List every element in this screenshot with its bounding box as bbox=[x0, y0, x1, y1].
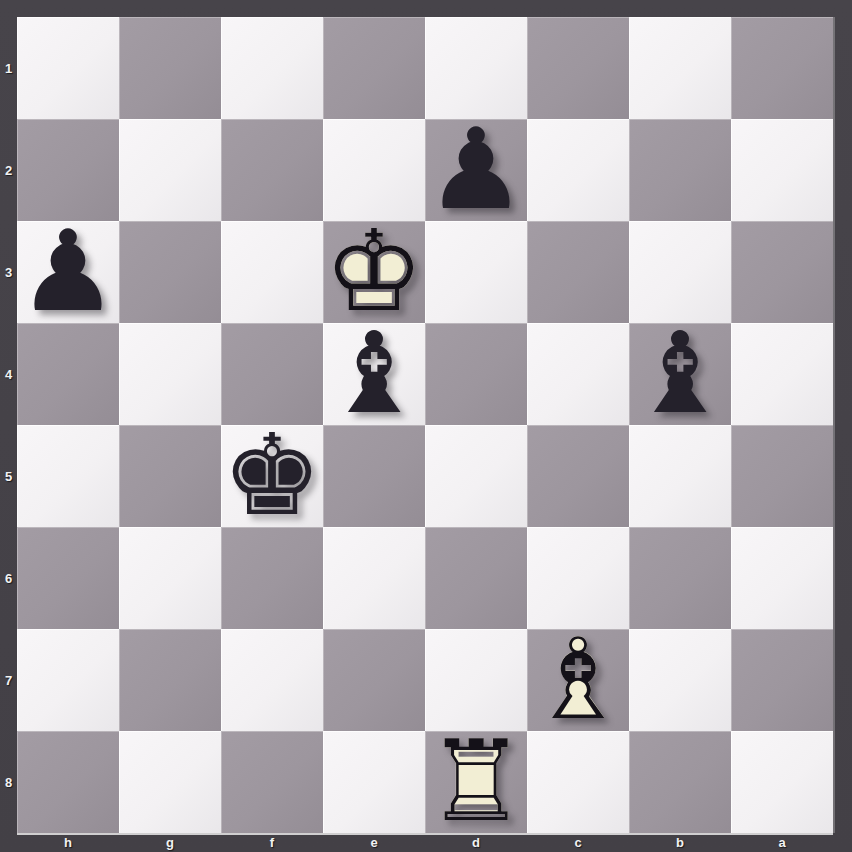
white-king-glyph: ♚ bbox=[323, 221, 425, 323]
rank-label-4: 4 bbox=[0, 323, 17, 425]
file-labels: hgfedcba bbox=[17, 833, 833, 852]
black-bishop[interactable]: ♝ bbox=[323, 323, 425, 425]
square-g6[interactable] bbox=[119, 527, 221, 629]
white-bishop-glyph: ♝ bbox=[527, 629, 629, 731]
square-d1[interactable] bbox=[425, 17, 527, 119]
square-a1[interactable] bbox=[731, 17, 833, 119]
black-pawn[interactable]: ♟ bbox=[17, 221, 119, 323]
square-a7[interactable] bbox=[731, 629, 833, 731]
rank-label-1: 1 bbox=[0, 17, 17, 119]
square-e8[interactable] bbox=[323, 731, 425, 833]
square-c2[interactable] bbox=[527, 119, 629, 221]
square-f5[interactable]: ♚ bbox=[221, 425, 323, 527]
square-b2[interactable] bbox=[629, 119, 731, 221]
square-d3[interactable] bbox=[425, 221, 527, 323]
white-king[interactable]: ♚♔ bbox=[323, 221, 425, 323]
rank-labels: 12345678 bbox=[0, 17, 17, 833]
square-g8[interactable] bbox=[119, 731, 221, 833]
square-d6[interactable] bbox=[425, 527, 527, 629]
white-rook[interactable]: ♜♖ bbox=[425, 731, 527, 833]
black-pawn-glyph: ♟ bbox=[425, 119, 527, 221]
white-rook-outline: ♖ bbox=[425, 731, 527, 833]
square-f8[interactable] bbox=[221, 731, 323, 833]
square-d4[interactable] bbox=[425, 323, 527, 425]
square-e5[interactable] bbox=[323, 425, 425, 527]
square-g7[interactable] bbox=[119, 629, 221, 731]
square-c8[interactable] bbox=[527, 731, 629, 833]
square-h2[interactable] bbox=[17, 119, 119, 221]
square-d7[interactable] bbox=[425, 629, 527, 731]
square-b8[interactable] bbox=[629, 731, 731, 833]
square-f3[interactable] bbox=[221, 221, 323, 323]
square-f7[interactable] bbox=[221, 629, 323, 731]
black-bishop-glyph: ♝ bbox=[629, 323, 731, 425]
black-pawn-glyph: ♟ bbox=[17, 221, 119, 323]
rank-label-3: 3 bbox=[0, 221, 17, 323]
square-c6[interactable] bbox=[527, 527, 629, 629]
square-c4[interactable] bbox=[527, 323, 629, 425]
white-bishop[interactable]: ♝♗ bbox=[527, 629, 629, 731]
square-d8[interactable]: ♜♖ bbox=[425, 731, 527, 833]
square-d2[interactable]: ♟ bbox=[425, 119, 527, 221]
square-b6[interactable] bbox=[629, 527, 731, 629]
square-d5[interactable] bbox=[425, 425, 527, 527]
rank-label-6: 6 bbox=[0, 527, 17, 629]
square-e7[interactable] bbox=[323, 629, 425, 731]
square-b5[interactable] bbox=[629, 425, 731, 527]
file-label-f: f bbox=[221, 833, 323, 852]
file-label-d: d bbox=[425, 833, 527, 852]
black-king-glyph: ♚ bbox=[221, 425, 323, 527]
square-f1[interactable] bbox=[221, 17, 323, 119]
square-g2[interactable] bbox=[119, 119, 221, 221]
black-king[interactable]: ♚ bbox=[221, 425, 323, 527]
square-f4[interactable] bbox=[221, 323, 323, 425]
square-a3[interactable] bbox=[731, 221, 833, 323]
square-c3[interactable] bbox=[527, 221, 629, 323]
white-bishop-outline: ♗ bbox=[527, 629, 629, 731]
square-e6[interactable] bbox=[323, 527, 425, 629]
file-label-g: g bbox=[119, 833, 221, 852]
square-h5[interactable] bbox=[17, 425, 119, 527]
square-a6[interactable] bbox=[731, 527, 833, 629]
square-h4[interactable] bbox=[17, 323, 119, 425]
square-g4[interactable] bbox=[119, 323, 221, 425]
square-e4[interactable]: ♝ bbox=[323, 323, 425, 425]
file-label-b: b bbox=[629, 833, 731, 852]
square-g3[interactable] bbox=[119, 221, 221, 323]
square-c7[interactable]: ♝♗ bbox=[527, 629, 629, 731]
square-b7[interactable] bbox=[629, 629, 731, 731]
square-h6[interactable] bbox=[17, 527, 119, 629]
black-bishop-glyph: ♝ bbox=[323, 323, 425, 425]
chess-board: ♟♟♚♔♝♝♚♝♗♜♖ bbox=[17, 17, 833, 833]
file-label-a: a bbox=[731, 833, 833, 852]
square-c1[interactable] bbox=[527, 17, 629, 119]
square-e2[interactable] bbox=[323, 119, 425, 221]
square-a4[interactable] bbox=[731, 323, 833, 425]
square-f2[interactable] bbox=[221, 119, 323, 221]
rank-label-7: 7 bbox=[0, 629, 17, 731]
square-a8[interactable] bbox=[731, 731, 833, 833]
square-e3[interactable]: ♚♔ bbox=[323, 221, 425, 323]
white-rook-glyph: ♜ bbox=[425, 731, 527, 833]
chess-board-frame: 12345678 ♟♟♚♔♝♝♚♝♗♜♖ hgfedcba bbox=[0, 0, 852, 852]
square-b4[interactable]: ♝ bbox=[629, 323, 731, 425]
square-a5[interactable] bbox=[731, 425, 833, 527]
file-label-c: c bbox=[527, 833, 629, 852]
square-e1[interactable] bbox=[323, 17, 425, 119]
rank-label-8: 8 bbox=[0, 731, 17, 833]
square-h3[interactable]: ♟ bbox=[17, 221, 119, 323]
square-g1[interactable] bbox=[119, 17, 221, 119]
file-label-h: h bbox=[17, 833, 119, 852]
square-a2[interactable] bbox=[731, 119, 833, 221]
square-c5[interactable] bbox=[527, 425, 629, 527]
square-f6[interactable] bbox=[221, 527, 323, 629]
square-h1[interactable] bbox=[17, 17, 119, 119]
square-b3[interactable] bbox=[629, 221, 731, 323]
square-h7[interactable] bbox=[17, 629, 119, 731]
rank-label-2: 2 bbox=[0, 119, 17, 221]
black-pawn[interactable]: ♟ bbox=[425, 119, 527, 221]
black-bishop[interactable]: ♝ bbox=[629, 323, 731, 425]
square-b1[interactable] bbox=[629, 17, 731, 119]
square-h8[interactable] bbox=[17, 731, 119, 833]
rank-label-5: 5 bbox=[0, 425, 17, 527]
white-king-outline: ♔ bbox=[323, 221, 425, 323]
file-label-e: e bbox=[323, 833, 425, 852]
square-g5[interactable] bbox=[119, 425, 221, 527]
